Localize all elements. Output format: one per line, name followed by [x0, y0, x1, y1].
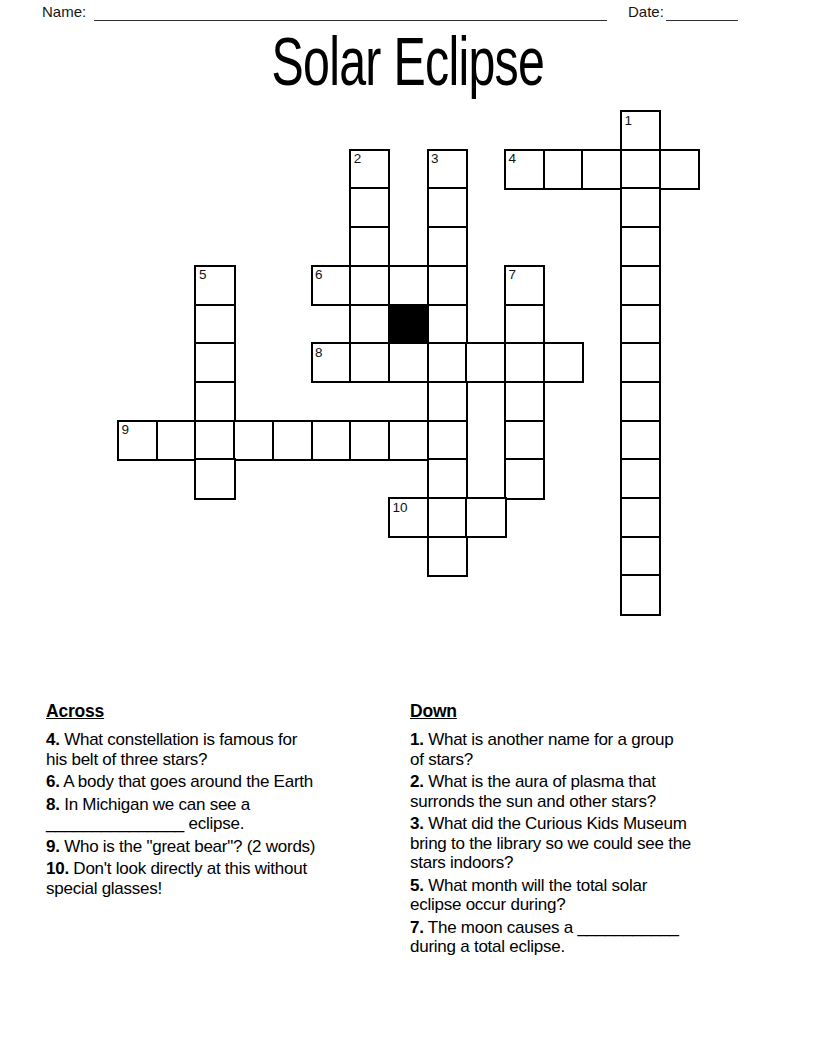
- grid-cell-r3c6[interactable]: [349, 226, 390, 267]
- cell-number-2: 2: [354, 152, 362, 166]
- grid-cell-r8c7[interactable]: [388, 420, 429, 461]
- page-title: Solar Eclipse: [272, 26, 545, 98]
- clue-number-label: 9.: [46, 837, 60, 856]
- clue-text: What did the Curious Kids Museum bring t…: [410, 814, 691, 872]
- name-input-line[interactable]: [94, 4, 607, 21]
- down-clues-list: 1. What is another name for a group of s…: [410, 730, 788, 957]
- grid-cell-r6c13[interactable]: [620, 342, 661, 383]
- clue-number-label: 8.: [46, 795, 60, 814]
- date-label: Date:: [628, 4, 664, 19]
- down-clue-7: 7. The moon causes a ___________ during …: [410, 918, 788, 957]
- title-wrap: Solar Eclipse: [0, 26, 816, 98]
- across-clue-6: 6. A body that goes around the Earth: [46, 772, 408, 792]
- grid-cell-r8c6[interactable]: [349, 420, 390, 461]
- grid-cell-r1c13[interactable]: [620, 149, 661, 190]
- grid-cell-r6c9[interactable]: [465, 342, 506, 383]
- grid-cell-r5c8[interactable]: [427, 304, 468, 345]
- grid-cell-r7c2[interactable]: [194, 381, 235, 422]
- grid-cell-r11c13[interactable]: [620, 536, 661, 577]
- cell-number-8: 8: [315, 346, 323, 360]
- grid-cell-r6c11[interactable]: [543, 342, 584, 383]
- clue-number-label: 2.: [410, 772, 424, 791]
- grid-cell-r8c10[interactable]: [504, 420, 545, 461]
- grid-cell-r8c4[interactable]: [272, 420, 313, 461]
- grid-cell-r10c13[interactable]: [620, 497, 661, 538]
- grid-cell-r5c6[interactable]: [349, 304, 390, 345]
- clue-text: The moon causes a ___________ during a t…: [410, 918, 679, 957]
- across-clue-8: 8. In Michigan we can see a ____________…: [46, 795, 408, 834]
- cell-number-7: 7: [509, 268, 517, 282]
- grid-cell-r6c10[interactable]: [504, 342, 545, 383]
- grid-cell-r5c13[interactable]: [620, 304, 661, 345]
- clue-number-label: 5.: [410, 876, 424, 895]
- grid-cell-r7c10[interactable]: [504, 381, 545, 422]
- clue-number-label: 3.: [410, 814, 424, 833]
- down-clue-2: 2. What is the aura of plasma that surro…: [410, 772, 788, 811]
- cell-number-10: 10: [392, 501, 407, 515]
- grid-cell-r1c12[interactable]: [581, 149, 622, 190]
- grid-cell-r2c8[interactable]: [427, 187, 468, 228]
- cell-number-4: 4: [509, 152, 517, 166]
- across-clues-list: 4. What constellation is famous for his …: [46, 730, 408, 898]
- grid-cell-r8c2[interactable]: [194, 420, 235, 461]
- grid-cell-r4c8[interactable]: [427, 265, 468, 306]
- blocked-cell: [388, 304, 429, 345]
- clue-text: Don't look directly at this without spec…: [46, 859, 307, 898]
- cell-number-3: 3: [431, 152, 439, 166]
- grid-cell-r6c8[interactable]: [427, 342, 468, 383]
- grid-cell-r7c13[interactable]: [620, 381, 661, 422]
- grid-cell-r9c10[interactable]: [504, 458, 545, 499]
- grid-cell-r1c14[interactable]: [659, 149, 700, 190]
- grid-cell-r2c13[interactable]: [620, 187, 661, 228]
- grid-cell-r5c10[interactable]: [504, 304, 545, 345]
- clue-text: What is another name for a group of star…: [410, 730, 673, 769]
- down-clue-3: 3. What did the Curious Kids Museum brin…: [410, 814, 788, 873]
- clue-number-label: 1.: [410, 730, 424, 749]
- date-input-line[interactable]: [666, 4, 738, 21]
- clue-number-label: 6.: [46, 772, 60, 791]
- down-clue-1: 1. What is another name for a group of s…: [410, 730, 788, 769]
- grid-cell-r4c13[interactable]: [620, 265, 661, 306]
- grid-cell-r10c9[interactable]: [465, 497, 506, 538]
- grid-cell-r9c2[interactable]: [194, 458, 235, 499]
- clue-text: What constellation is famous for his bel…: [46, 730, 297, 769]
- down-clue-5: 5. What month will the total solar eclip…: [410, 876, 788, 915]
- grid-cell-r3c8[interactable]: [427, 226, 468, 267]
- grid-cell-r11c8[interactable]: [427, 536, 468, 577]
- grid-cell-r2c6[interactable]: [349, 187, 390, 228]
- grid-cell-r12c13[interactable]: [620, 574, 661, 615]
- grid-cell-r7c8[interactable]: [427, 381, 468, 422]
- clue-number-label: 7.: [410, 918, 424, 937]
- name-label: Name:: [42, 4, 86, 19]
- across-clues-column: Across 4. What constellation is famous f…: [46, 701, 408, 901]
- grid-cell-r8c5[interactable]: [311, 420, 352, 461]
- grid-cell-r4c6[interactable]: [349, 265, 390, 306]
- grid-cell-r4c7[interactable]: [388, 265, 429, 306]
- grid-cell-r6c6[interactable]: [349, 342, 390, 383]
- cell-number-5: 5: [199, 268, 207, 282]
- grid-cell-r6c7[interactable]: [388, 342, 429, 383]
- clue-text: What is the aura of plasma that surronds…: [410, 772, 656, 811]
- grid-cell-r8c8[interactable]: [427, 420, 468, 461]
- clue-text: In Michigan we can see a _______________…: [46, 795, 250, 834]
- down-heading: Down: [410, 701, 788, 722]
- grid-cell-r8c13[interactable]: [620, 420, 661, 461]
- across-clue-4: 4. What constellation is famous for his …: [46, 730, 408, 769]
- clue-number-label: 10.: [46, 859, 69, 878]
- across-clue-10: 10. Don't look directly at this without …: [46, 859, 408, 898]
- grid-cell-r5c2[interactable]: [194, 304, 235, 345]
- cell-number-1: 1: [625, 114, 633, 128]
- clue-text: What month will the total solar eclipse …: [410, 876, 647, 915]
- across-heading: Across: [46, 701, 408, 722]
- across-clue-9: 9. Who is the "great bear"? (2 words): [46, 837, 408, 857]
- grid-cell-r3c13[interactable]: [620, 226, 661, 267]
- grid-cell-r8c3[interactable]: [233, 420, 274, 461]
- clue-text: Who is the "great bear"? (2 words): [60, 837, 316, 856]
- down-clues-column: Down 1. What is another name for a group…: [410, 701, 788, 960]
- clue-number-label: 4.: [46, 730, 60, 749]
- grid-cell-r9c8[interactable]: [427, 458, 468, 499]
- grid-cell-r1c11[interactable]: [543, 149, 584, 190]
- cell-number-6: 6: [315, 268, 323, 282]
- grid-cell-r9c13[interactable]: [620, 458, 661, 499]
- grid-cell-r10c8[interactable]: [427, 497, 468, 538]
- worksheet-page: Name: Date: Solar Eclipse 12345678910 Ac…: [0, 0, 816, 1056]
- grid-cell-r8c1[interactable]: [156, 420, 197, 461]
- clue-text: A body that goes around the Earth: [60, 772, 313, 791]
- cell-number-9: 9: [122, 423, 130, 437]
- grid-cell-r6c2[interactable]: [194, 342, 235, 383]
- crossword-grid: 12345678910: [117, 110, 701, 617]
